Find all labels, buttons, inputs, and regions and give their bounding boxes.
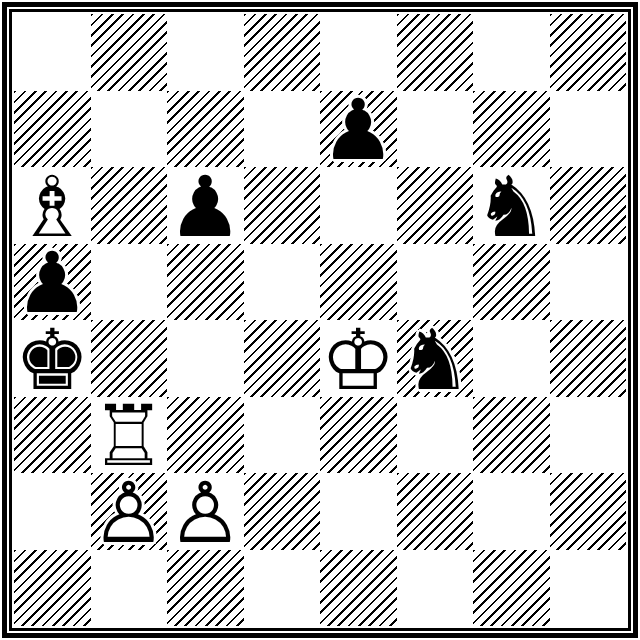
black-king-a4[interactable]: ♚♚ xyxy=(14,320,91,397)
piece-glyph: ♟ xyxy=(167,167,244,244)
board-inner-frame: ♟♟♝♗♟♟♞♞♟♟♚♚♚♔♞♞♜♖♟♙♟♙ xyxy=(9,9,631,631)
piece-glyph: ♔ xyxy=(320,320,397,397)
square-c6[interactable]: ♟♟ xyxy=(167,167,244,244)
square-h7[interactable] xyxy=(550,91,627,168)
square-f1[interactable] xyxy=(397,550,474,627)
square-e8[interactable] xyxy=(320,14,397,91)
piece-glyph: ♟ xyxy=(320,91,397,168)
white-bishop-a6[interactable]: ♝♗ xyxy=(14,167,91,244)
square-a4[interactable]: ♚♚ xyxy=(14,320,91,397)
square-c2[interactable]: ♟♙ xyxy=(167,473,244,550)
piece-glyph: ♞ xyxy=(473,167,550,244)
square-d4[interactable] xyxy=(244,320,321,397)
square-c3[interactable] xyxy=(167,397,244,474)
black-knight-f4[interactable]: ♞♞ xyxy=(397,320,474,397)
square-e1[interactable] xyxy=(320,550,397,627)
square-c7[interactable] xyxy=(167,91,244,168)
white-pawn-b2[interactable]: ♟♙ xyxy=(91,473,168,550)
square-e5[interactable] xyxy=(320,244,397,321)
square-d5[interactable] xyxy=(244,244,321,321)
square-e3[interactable] xyxy=(320,397,397,474)
piece-glyph: ♚ xyxy=(14,320,91,397)
piece-glyph: ♟ xyxy=(14,244,91,321)
square-f5[interactable] xyxy=(397,244,474,321)
square-b5[interactable] xyxy=(91,244,168,321)
square-g3[interactable] xyxy=(473,397,550,474)
chess-board: ♟♟♝♗♟♟♞♞♟♟♚♚♚♔♞♞♜♖♟♙♟♙ xyxy=(14,14,626,626)
square-h2[interactable] xyxy=(550,473,627,550)
square-g2[interactable] xyxy=(473,473,550,550)
board-outer-frame: ♟♟♝♗♟♟♞♞♟♟♚♚♚♔♞♞♜♖♟♙♟♙ xyxy=(2,2,638,638)
square-e7[interactable]: ♟♟ xyxy=(320,91,397,168)
square-g8[interactable] xyxy=(473,14,550,91)
square-e2[interactable] xyxy=(320,473,397,550)
square-a1[interactable] xyxy=(14,550,91,627)
square-f8[interactable] xyxy=(397,14,474,91)
black-pawn-e7[interactable]: ♟♟ xyxy=(320,91,397,168)
square-g7[interactable] xyxy=(473,91,550,168)
white-rook-b3[interactable]: ♜♖ xyxy=(91,397,168,474)
black-knight-g6[interactable]: ♞♞ xyxy=(473,167,550,244)
square-d1[interactable] xyxy=(244,550,321,627)
square-b6[interactable] xyxy=(91,167,168,244)
square-g5[interactable] xyxy=(473,244,550,321)
square-g4[interactable] xyxy=(473,320,550,397)
square-a5[interactable]: ♟♟ xyxy=(14,244,91,321)
square-g6[interactable]: ♞♞ xyxy=(473,167,550,244)
piece-glyph: ♖ xyxy=(91,397,168,474)
square-b8[interactable] xyxy=(91,14,168,91)
square-a7[interactable] xyxy=(14,91,91,168)
square-a8[interactable] xyxy=(14,14,91,91)
black-pawn-c6[interactable]: ♟♟ xyxy=(167,167,244,244)
square-b2[interactable]: ♟♙ xyxy=(91,473,168,550)
square-h4[interactable] xyxy=(550,320,627,397)
square-g1[interactable] xyxy=(473,550,550,627)
square-f2[interactable] xyxy=(397,473,474,550)
square-h1[interactable] xyxy=(550,550,627,627)
piece-glyph: ♙ xyxy=(91,473,168,550)
white-king-e4[interactable]: ♚♔ xyxy=(320,320,397,397)
square-f3[interactable] xyxy=(397,397,474,474)
square-c4[interactable] xyxy=(167,320,244,397)
square-d8[interactable] xyxy=(244,14,321,91)
square-f4[interactable]: ♞♞ xyxy=(397,320,474,397)
square-e6[interactable] xyxy=(320,167,397,244)
square-d3[interactable] xyxy=(244,397,321,474)
square-c8[interactable] xyxy=(167,14,244,91)
square-f6[interactable] xyxy=(397,167,474,244)
square-h3[interactable] xyxy=(550,397,627,474)
square-h5[interactable] xyxy=(550,244,627,321)
square-b7[interactable] xyxy=(91,91,168,168)
square-e4[interactable]: ♚♔ xyxy=(320,320,397,397)
white-pawn-c2[interactable]: ♟♙ xyxy=(167,473,244,550)
square-d7[interactable] xyxy=(244,91,321,168)
square-a2[interactable] xyxy=(14,473,91,550)
square-d6[interactable] xyxy=(244,167,321,244)
square-a3[interactable] xyxy=(14,397,91,474)
square-c1[interactable] xyxy=(167,550,244,627)
square-b1[interactable] xyxy=(91,550,168,627)
piece-glyph: ♞ xyxy=(397,320,474,397)
square-c5[interactable] xyxy=(167,244,244,321)
piece-glyph: ♙ xyxy=(167,473,244,550)
square-a6[interactable]: ♝♗ xyxy=(14,167,91,244)
square-h6[interactable] xyxy=(550,167,627,244)
square-b4[interactable] xyxy=(91,320,168,397)
square-f7[interactable] xyxy=(397,91,474,168)
piece-glyph: ♗ xyxy=(14,167,91,244)
black-pawn-a5[interactable]: ♟♟ xyxy=(14,244,91,321)
square-d2[interactable] xyxy=(244,473,321,550)
square-b3[interactable]: ♜♖ xyxy=(91,397,168,474)
square-h8[interactable] xyxy=(550,14,627,91)
